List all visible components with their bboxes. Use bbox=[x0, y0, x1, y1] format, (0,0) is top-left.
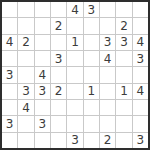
empty-cell-r8c4[interactable] bbox=[51, 116, 66, 131]
empty-cell-r8c2[interactable] bbox=[18, 116, 33, 131]
empty-cell-r5c6[interactable] bbox=[84, 67, 99, 82]
empty-cell-r1c4[interactable] bbox=[51, 2, 66, 17]
empty-cell-r7c8[interactable] bbox=[116, 100, 131, 115]
empty-cell-r1c3[interactable] bbox=[35, 2, 50, 17]
empty-cell-r4c1[interactable] bbox=[2, 51, 17, 66]
empty-cell-r9c1[interactable] bbox=[2, 133, 17, 148]
clue-cell-r4c9: 3 bbox=[133, 51, 148, 66]
empty-cell-r4c3[interactable] bbox=[35, 51, 50, 66]
empty-cell-r2c3[interactable] bbox=[35, 18, 50, 33]
clue-cell-r1c5: 4 bbox=[67, 2, 82, 17]
empty-cell-r5c5[interactable] bbox=[67, 67, 82, 82]
empty-cell-r9c2[interactable] bbox=[18, 133, 33, 148]
empty-cell-r8c5[interactable] bbox=[67, 116, 82, 131]
clue-cell-r6c9: 4 bbox=[133, 84, 148, 99]
empty-cell-r7c3[interactable] bbox=[35, 100, 50, 115]
clue-cell-r9c5: 3 bbox=[67, 133, 82, 148]
empty-cell-r1c2[interactable] bbox=[18, 2, 33, 17]
empty-cell-r5c4[interactable] bbox=[51, 67, 66, 82]
empty-cell-r4c6[interactable] bbox=[84, 51, 99, 66]
empty-cell-r7c5[interactable] bbox=[67, 100, 82, 115]
empty-cell-r7c1[interactable] bbox=[2, 100, 17, 115]
empty-cell-r2c2[interactable] bbox=[18, 18, 33, 33]
empty-cell-r7c4[interactable] bbox=[51, 100, 66, 115]
empty-cell-r6c7[interactable] bbox=[100, 84, 115, 99]
clue-cell-r3c2: 2 bbox=[18, 35, 33, 50]
empty-cell-r7c7[interactable] bbox=[100, 100, 115, 115]
empty-cell-r3c6[interactable] bbox=[84, 35, 99, 50]
empty-cell-r5c7[interactable] bbox=[100, 67, 115, 82]
clue-cell-r5c3: 4 bbox=[35, 67, 50, 82]
empty-cell-r9c6[interactable] bbox=[84, 133, 99, 148]
empty-cell-r4c8[interactable] bbox=[116, 51, 131, 66]
clue-cell-r6c4: 2 bbox=[51, 84, 66, 99]
clue-cell-r9c7: 2 bbox=[100, 133, 115, 148]
empty-cell-r8c7[interactable] bbox=[100, 116, 115, 131]
clue-cell-r9c9: 3 bbox=[133, 133, 148, 148]
empty-cell-r2c9[interactable] bbox=[133, 18, 148, 33]
empty-cell-r2c7[interactable] bbox=[100, 18, 115, 33]
puzzle-board: 432242133434334332114433323 bbox=[0, 0, 150, 150]
clue-cell-r1c6: 3 bbox=[84, 2, 99, 17]
clue-cell-r2c4: 2 bbox=[51, 18, 66, 33]
empty-cell-r9c3[interactable] bbox=[35, 133, 50, 148]
empty-cell-r9c8[interactable] bbox=[116, 133, 131, 148]
clue-cell-r3c1: 4 bbox=[2, 35, 17, 50]
empty-cell-r1c1[interactable] bbox=[2, 2, 17, 17]
empty-cell-r2c6[interactable] bbox=[84, 18, 99, 33]
empty-cell-r7c9[interactable] bbox=[133, 100, 148, 115]
clue-cell-r8c3: 3 bbox=[35, 116, 50, 131]
clue-cell-r7c2: 4 bbox=[18, 100, 33, 115]
clue-cell-r6c2: 3 bbox=[18, 84, 33, 99]
empty-cell-r5c8[interactable] bbox=[116, 67, 131, 82]
clue-cell-r4c7: 4 bbox=[100, 51, 115, 66]
empty-cell-r4c5[interactable] bbox=[67, 51, 82, 66]
empty-cell-r6c5[interactable] bbox=[67, 84, 82, 99]
empty-cell-r7c6[interactable] bbox=[84, 100, 99, 115]
empty-cell-r3c4[interactable] bbox=[51, 35, 66, 50]
empty-cell-r5c9[interactable] bbox=[133, 67, 148, 82]
clue-cell-r6c8: 1 bbox=[116, 84, 131, 99]
empty-cell-r1c9[interactable] bbox=[133, 2, 148, 17]
empty-cell-r2c5[interactable] bbox=[67, 18, 82, 33]
clue-cell-r2c8: 2 bbox=[116, 18, 131, 33]
empty-cell-r8c8[interactable] bbox=[116, 116, 131, 131]
empty-cell-r3c3[interactable] bbox=[35, 35, 50, 50]
empty-cell-r2c1[interactable] bbox=[2, 18, 17, 33]
empty-cell-r8c9[interactable] bbox=[133, 116, 148, 131]
clue-cell-r6c3: 3 bbox=[35, 84, 50, 99]
empty-cell-r8c6[interactable] bbox=[84, 116, 99, 131]
empty-cell-r9c4[interactable] bbox=[51, 133, 66, 148]
clue-cell-r3c7: 3 bbox=[100, 35, 115, 50]
clue-cell-r3c8: 3 bbox=[116, 35, 131, 50]
empty-cell-r4c2[interactable] bbox=[18, 51, 33, 66]
clue-cell-r5c1: 3 bbox=[2, 67, 17, 82]
empty-cell-r1c8[interactable] bbox=[116, 2, 131, 17]
empty-cell-r5c2[interactable] bbox=[18, 67, 33, 82]
clue-cell-r6c6: 1 bbox=[84, 84, 99, 99]
empty-cell-r6c1[interactable] bbox=[2, 84, 17, 99]
empty-cell-r1c7[interactable] bbox=[100, 2, 115, 17]
clue-cell-r4c4: 3 bbox=[51, 51, 66, 66]
clue-cell-r3c5: 1 bbox=[67, 35, 82, 50]
clue-cell-r3c9: 4 bbox=[133, 35, 148, 50]
clue-cell-r8c1: 3 bbox=[2, 116, 17, 131]
